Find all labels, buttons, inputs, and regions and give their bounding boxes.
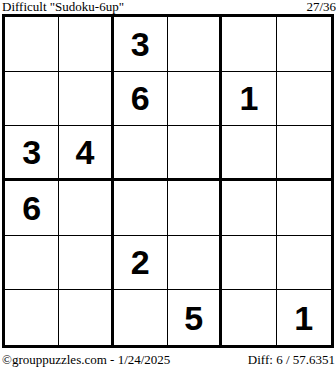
cell-r4c4[interactable] xyxy=(168,181,222,236)
sudoku-board: 3 6 1 3 4 6 2 5 1 xyxy=(2,14,334,348)
cell-r2c2[interactable] xyxy=(59,72,113,127)
cell-r5c6[interactable] xyxy=(277,236,331,291)
cell-r5c5[interactable] xyxy=(222,236,276,291)
cell-r6c1[interactable] xyxy=(5,290,59,345)
empty-cell-counter: 27/36 xyxy=(306,0,336,14)
cell-r6c3[interactable] xyxy=(114,290,168,345)
cell-r2c6[interactable] xyxy=(277,72,331,127)
cell-r3c2[interactable]: 4 xyxy=(59,126,113,181)
cell-r6c4[interactable]: 5 xyxy=(168,290,222,345)
page-footer: ©grouppuzzles.com - 1/24/2025 Diff: 6 / … xyxy=(2,352,335,367)
cell-r3c1[interactable]: 3 xyxy=(5,126,59,181)
cell-r2c1[interactable] xyxy=(5,72,59,127)
cell-r6c5[interactable] xyxy=(222,290,276,345)
cell-r4c3[interactable] xyxy=(114,181,168,236)
puzzle-title: Difficult "Sudoku-6up" xyxy=(2,0,124,14)
cell-r6c2[interactable] xyxy=(59,290,113,345)
cell-r2c4[interactable] xyxy=(168,72,222,127)
cell-r4c5[interactable] xyxy=(222,181,276,236)
cell-r1c6[interactable] xyxy=(277,17,331,72)
page-header: Difficult "Sudoku-6up" 27/36 xyxy=(2,0,336,14)
copyright-text: ©grouppuzzles.com - 1/24/2025 xyxy=(2,352,170,367)
cell-r5c3[interactable]: 2 xyxy=(114,236,168,291)
cell-r2c3[interactable]: 6 xyxy=(114,72,168,127)
cell-r2c5[interactable]: 1 xyxy=(222,72,276,127)
cell-r5c4[interactable] xyxy=(168,236,222,291)
cell-r4c2[interactable] xyxy=(59,181,113,236)
cell-r3c3[interactable] xyxy=(114,126,168,181)
difficulty-text: Diff: 6 / 57.6351 xyxy=(248,352,335,367)
cell-r4c1[interactable]: 6 xyxy=(5,181,59,236)
cell-r6c6[interactable]: 1 xyxy=(277,290,331,345)
cell-r4c6[interactable] xyxy=(277,181,331,236)
cell-r1c3[interactable]: 3 xyxy=(114,17,168,72)
cell-r3c6[interactable] xyxy=(277,126,331,181)
cell-r5c2[interactable] xyxy=(59,236,113,291)
cell-r3c5[interactable] xyxy=(222,126,276,181)
cell-r1c4[interactable] xyxy=(168,17,222,72)
cell-r1c1[interactable] xyxy=(5,17,59,72)
cell-r3c4[interactable] xyxy=(168,126,222,181)
cell-r1c2[interactable] xyxy=(59,17,113,72)
cell-r5c1[interactable] xyxy=(5,236,59,291)
cell-r1c5[interactable] xyxy=(222,17,276,72)
